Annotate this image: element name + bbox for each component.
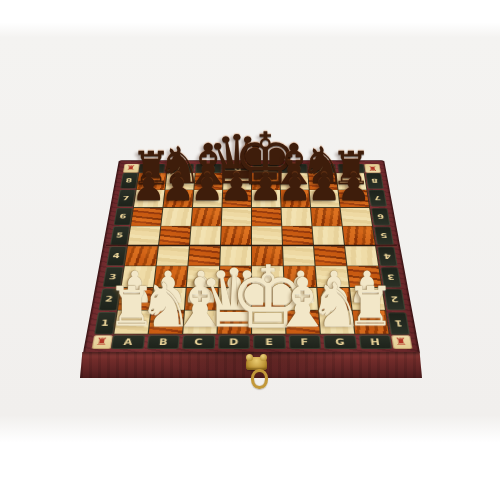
square-b5 — [159, 226, 190, 245]
file-label-b-top: B — [167, 163, 194, 172]
file-label-b-bottom: B — [146, 334, 179, 348]
square-g8 — [308, 173, 337, 189]
square-g6 — [311, 207, 342, 225]
rank-label-7-left: 7 — [116, 189, 135, 206]
square-g7 — [309, 190, 339, 207]
square-g4 — [314, 245, 346, 265]
square-b4 — [156, 245, 188, 265]
square-h6 — [340, 207, 371, 225]
file-label-g-top: G — [309, 163, 336, 172]
square-b2 — [151, 287, 185, 309]
file-label-a-bottom: A — [110, 334, 144, 348]
rank-label-8-left: 8 — [119, 172, 137, 188]
rank-label-1-right: 1 — [386, 311, 408, 334]
square-a1 — [114, 310, 150, 333]
square-c3 — [186, 266, 218, 287]
square-d3 — [219, 266, 251, 287]
square-c8 — [194, 173, 223, 189]
square-c4 — [188, 245, 220, 265]
square-e7 — [251, 190, 280, 207]
square-a7 — [133, 190, 164, 207]
square-h8 — [336, 173, 366, 189]
playing-area — [113, 172, 390, 334]
file-label-c-top: C — [195, 163, 221, 172]
corner-rook-icon-bottom-left: ♜ — [91, 334, 112, 348]
square-g3 — [315, 266, 348, 287]
square-a5 — [128, 226, 160, 245]
square-f6 — [281, 207, 311, 225]
file-label-c-bottom: C — [182, 334, 215, 348]
rank-label-6-left: 6 — [113, 207, 132, 225]
file-label-e-bottom: E — [253, 334, 285, 348]
rank-label-5-left: 5 — [109, 226, 129, 244]
corner-rook-icon-top-right: ♜ — [363, 163, 380, 172]
square-e2 — [252, 287, 284, 309]
file-labels-bottom: ABCDEFGH — [110, 334, 391, 348]
square-b6 — [161, 207, 192, 225]
square-f3 — [283, 266, 315, 287]
rank-label-2-right: 2 — [383, 288, 405, 310]
square-a3 — [121, 266, 155, 287]
square-c5 — [190, 226, 221, 245]
square-b8 — [165, 173, 194, 189]
rank-label-5-right: 5 — [373, 226, 393, 244]
square-d1 — [217, 310, 250, 333]
square-f2 — [284, 287, 317, 309]
square-c6 — [191, 207, 221, 225]
fold-seam — [105, 244, 396, 246]
product-photo-background: ABCDEFGH ABCDEFGH 87654321 87654321 ♜ ♜ … — [0, 0, 500, 500]
square-g2 — [317, 287, 351, 309]
file-label-e-top: E — [252, 163, 278, 172]
file-label-d-bottom: D — [217, 334, 249, 348]
square-c2 — [185, 287, 218, 309]
square-g1 — [319, 310, 354, 333]
square-a2 — [118, 287, 153, 309]
square-h3 — [347, 266, 381, 287]
square-c1 — [183, 310, 217, 333]
square-f1 — [285, 310, 319, 333]
corner-rook-icon-bottom-right: ♜ — [390, 334, 411, 348]
corner-rook-icon-top-left: ♜ — [122, 163, 139, 172]
square-f5 — [282, 226, 313, 245]
file-label-a-top: A — [138, 163, 165, 172]
file-label-f-bottom: F — [288, 334, 321, 348]
square-b3 — [154, 266, 187, 287]
rank-label-1-left: 1 — [93, 311, 115, 334]
rank-label-3-right: 3 — [379, 266, 400, 286]
square-h4 — [345, 245, 378, 265]
file-label-g-bottom: G — [323, 334, 356, 348]
rank-label-4-left: 4 — [105, 246, 125, 265]
square-h1 — [352, 310, 388, 333]
brass-clasp-plate — [246, 357, 267, 370]
square-f4 — [283, 245, 315, 265]
file-label-f-top: F — [281, 163, 307, 172]
square-h5 — [342, 226, 374, 245]
square-a8 — [136, 173, 166, 189]
rank-label-4-right: 4 — [376, 246, 396, 265]
file-labels-top: ABCDEFGH — [138, 163, 364, 172]
chess-board: ABCDEFGH ABCDEFGH 87654321 87654321 ♜ ♜ … — [82, 160, 419, 354]
square-e6 — [251, 207, 280, 225]
square-e4 — [252, 245, 283, 265]
square-e5 — [251, 226, 281, 245]
rank-label-2-left: 2 — [97, 288, 119, 310]
square-d5 — [221, 226, 251, 245]
square-d4 — [220, 245, 251, 265]
rank-label-3-left: 3 — [102, 266, 123, 286]
square-b7 — [163, 190, 193, 207]
square-a6 — [131, 207, 162, 225]
file-label-d-top: D — [224, 163, 250, 172]
rank-label-6-right: 6 — [370, 207, 389, 225]
square-h2 — [349, 287, 384, 309]
square-d8 — [223, 173, 251, 189]
square-h7 — [338, 190, 369, 207]
square-g5 — [312, 226, 343, 245]
square-f8 — [280, 173, 309, 189]
brass-clasp-loop — [251, 369, 268, 389]
square-e1 — [252, 310, 285, 333]
square-e3 — [252, 266, 284, 287]
square-e8 — [251, 173, 279, 189]
file-label-h-bottom: H — [358, 334, 392, 348]
square-f7 — [280, 190, 309, 207]
square-b1 — [148, 310, 183, 333]
square-d2 — [218, 287, 250, 309]
file-label-h-top: H — [337, 163, 364, 172]
square-c7 — [192, 190, 221, 207]
square-a4 — [124, 245, 157, 265]
square-d7 — [222, 190, 251, 207]
square-d6 — [221, 207, 250, 225]
rank-label-8-right: 8 — [365, 172, 383, 188]
rank-label-7-right: 7 — [367, 189, 386, 206]
